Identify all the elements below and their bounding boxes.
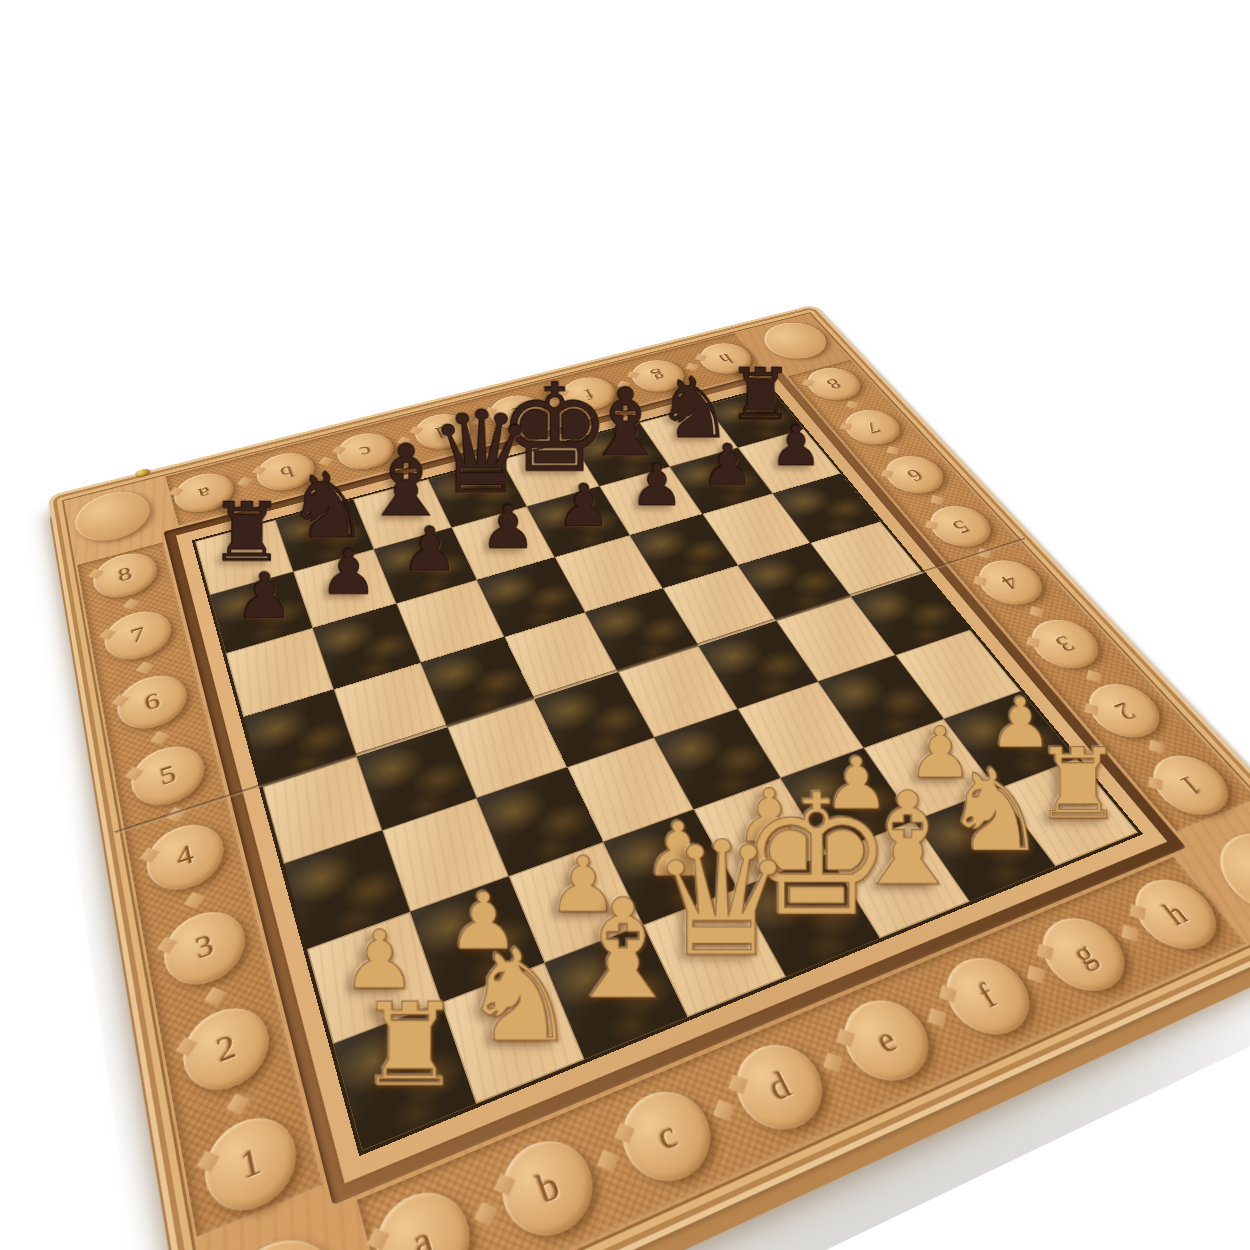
carved-leaf-bud bbox=[1115, 921, 1146, 946]
carved-leaf-bud bbox=[922, 1003, 953, 1031]
rank-label: 8 bbox=[116, 563, 134, 587]
rank-label: 1 bbox=[1172, 769, 1208, 801]
carved-leaf-bud bbox=[592, 1144, 624, 1177]
file-medallion-c: c bbox=[610, 1079, 726, 1196]
corner-medallion bbox=[211, 1222, 353, 1250]
file-medallion-a: a bbox=[365, 1178, 481, 1250]
rank-medallion-7: 7 bbox=[101, 605, 176, 667]
rank-medallion-6: 6 bbox=[876, 451, 955, 500]
carved-leaf-bud bbox=[1024, 604, 1049, 621]
file-medallion-f: f bbox=[931, 947, 1046, 1047]
file-label: g bbox=[648, 367, 669, 384]
file-medallion-g: g bbox=[1027, 907, 1141, 1002]
carved-leaf-bud bbox=[149, 728, 171, 748]
file-label: a bbox=[195, 482, 211, 502]
rank-medallion-5: 5 bbox=[919, 500, 1002, 553]
file-label: h bbox=[715, 350, 736, 366]
rank-label: 4 bbox=[996, 570, 1025, 594]
carved-leaf-bud bbox=[202, 983, 228, 1010]
carved-leaf-bud bbox=[926, 493, 948, 507]
brass-hinge-pin-icon bbox=[135, 468, 150, 478]
scene: chess abcdefgh abcdefgh 87654321 8765432… bbox=[0, 0, 1250, 1250]
piece-white-bishop-c1[interactable]: ♝ bbox=[560, 886, 687, 1013]
carved-leaf-bud bbox=[843, 399, 863, 411]
piece-white-knight-b1[interactable]: ♞ bbox=[460, 937, 578, 1055]
rank-medallion-3: 3 bbox=[158, 901, 252, 995]
rank-label: 4 bbox=[174, 839, 197, 874]
rank-label: 2 bbox=[1108, 696, 1142, 725]
piece-black-pawn-h7[interactable]: ♟ bbox=[770, 421, 822, 472]
rank-label: 5 bbox=[157, 760, 178, 792]
piece-black-pawn-a7[interactable]: ♟ bbox=[235, 568, 294, 626]
piece-black-pawn-b7[interactable]: ♟ bbox=[320, 544, 378, 601]
piece-black-pawn-f7[interactable]: ♟ bbox=[630, 459, 684, 512]
carved-leaf-bud bbox=[708, 1095, 740, 1126]
rank-label: 1 bbox=[237, 1139, 265, 1189]
chess-board-3d-wrapper: abcdefgh abcdefgh 87654321 87654321 ♜♞♝♛… bbox=[48, 305, 1250, 1250]
rank-medallion-2: 2 bbox=[177, 997, 277, 1103]
file-label: f bbox=[971, 976, 1004, 1015]
rank-label: 3 bbox=[192, 928, 216, 967]
file-label: b bbox=[531, 1162, 565, 1213]
file-label: a bbox=[407, 1215, 438, 1250]
carved-leaf-bud bbox=[1143, 737, 1171, 757]
file-label: e bbox=[507, 403, 526, 421]
carved-leaf-bud bbox=[121, 596, 141, 612]
file-medallion-h: h bbox=[1119, 870, 1232, 961]
carved-leaf-bud bbox=[1020, 961, 1051, 988]
piece-black-pawn-d7[interactable]: ♟ bbox=[480, 500, 536, 555]
rank-label: 8 bbox=[822, 375, 845, 392]
rank-medallion-4: 4 bbox=[142, 815, 230, 899]
file-label: c bbox=[357, 441, 375, 460]
carved-leaf-bud bbox=[817, 1048, 849, 1078]
carved-leaf-bud bbox=[134, 659, 155, 677]
file-label: d bbox=[433, 422, 452, 441]
carved-leaf-bud bbox=[224, 1089, 252, 1120]
file-label: c bbox=[650, 1112, 683, 1160]
rank-medallion-1: 1 bbox=[198, 1105, 305, 1225]
piece-black-pawn-g7[interactable]: ♟ bbox=[701, 440, 754, 492]
rank-label: 3 bbox=[1049, 630, 1080, 656]
rank-medallion-5: 5 bbox=[127, 738, 210, 814]
rank-label: 6 bbox=[902, 465, 928, 485]
file-medallion-b: b bbox=[491, 1127, 607, 1250]
carved-leaf-bud bbox=[470, 1197, 502, 1232]
corner-medallion bbox=[71, 485, 154, 549]
rank-medallion-7: 7 bbox=[835, 405, 910, 450]
rank-label: 6 bbox=[142, 688, 162, 717]
rank-label: 7 bbox=[129, 623, 148, 649]
rank-label: 2 bbox=[213, 1027, 239, 1071]
rank-medallion-8: 8 bbox=[90, 547, 161, 604]
file-label: e bbox=[868, 1019, 904, 1062]
rank-label: 7 bbox=[860, 418, 884, 437]
piece-white-rook-a1[interactable]: ♜ bbox=[357, 993, 464, 1099]
piece-black-pawn-c7[interactable]: ♟ bbox=[402, 522, 459, 578]
carved-leaf-bud bbox=[883, 444, 904, 457]
rank-medallion-4: 4 bbox=[967, 554, 1054, 612]
file-label: b bbox=[277, 461, 295, 481]
file-label: h bbox=[1156, 895, 1195, 933]
file-label: f bbox=[580, 385, 597, 402]
file-label: d bbox=[761, 1063, 797, 1109]
file-label: g bbox=[1064, 934, 1103, 973]
rank-medallion-6: 6 bbox=[113, 668, 192, 737]
rank-medallion-8: 8 bbox=[798, 363, 870, 404]
file-medallion-e: e bbox=[829, 989, 944, 1094]
file-medallion-d: d bbox=[722, 1033, 838, 1144]
carved-leaf-bud bbox=[182, 888, 207, 912]
piece-black-pawn-e7[interactable]: ♟ bbox=[557, 479, 612, 533]
carved-leaf-bud bbox=[1081, 667, 1107, 685]
rank-label: 5 bbox=[947, 515, 974, 537]
